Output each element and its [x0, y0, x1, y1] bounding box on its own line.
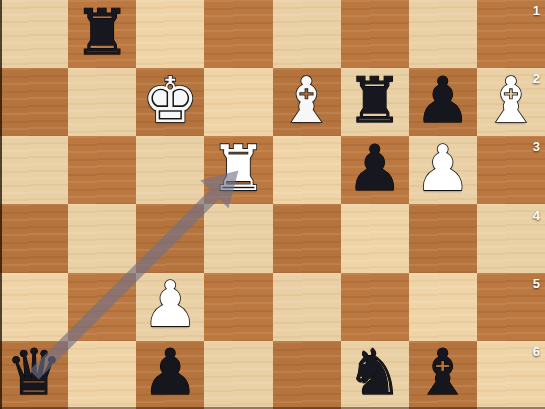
- square-g1[interactable]: ♜: [68, 0, 136, 68]
- rank-label-2: 2: [526, 71, 540, 86]
- square-f2[interactable]: ♚: [136, 68, 204, 136]
- square-d5[interactable]: [273, 273, 341, 341]
- square-e6[interactable]: [204, 341, 272, 409]
- board-left-edge: [0, 0, 2, 409]
- square-g2[interactable]: [68, 68, 136, 136]
- square-e3[interactable]: ♜: [204, 136, 272, 204]
- square-b2[interactable]: ♟: [409, 68, 477, 136]
- square-f1[interactable]: [136, 0, 204, 68]
- rank-label-6: 6: [526, 344, 540, 359]
- chess-board[interactable]: ♜♚♝♜♟♝♜♟♟♟♛♟♞♝: [0, 0, 545, 409]
- white-bishop-piece[interactable]: ♝: [278, 69, 334, 132]
- square-c6[interactable]: ♞: [341, 341, 409, 409]
- square-h4[interactable]: [0, 204, 68, 272]
- square-h5[interactable]: [0, 273, 68, 341]
- square-d2[interactable]: ♝: [273, 68, 341, 136]
- square-b5[interactable]: [409, 273, 477, 341]
- square-d4[interactable]: [273, 204, 341, 272]
- square-b4[interactable]: [409, 204, 477, 272]
- square-c3[interactable]: ♟: [341, 136, 409, 204]
- square-f5[interactable]: ♟: [136, 273, 204, 341]
- white-king-piece[interactable]: ♚: [142, 69, 198, 132]
- rank-label-4: 4: [526, 208, 540, 223]
- black-pawn-piece[interactable]: ♟: [415, 69, 471, 132]
- square-c4[interactable]: [341, 204, 409, 272]
- white-pawn-piece[interactable]: ♟: [415, 137, 471, 200]
- square-c1[interactable]: [341, 0, 409, 68]
- square-d6[interactable]: [273, 341, 341, 409]
- black-queen-piece[interactable]: ♛: [6, 341, 62, 404]
- rank-label-3: 3: [526, 139, 540, 154]
- square-h3[interactable]: [0, 136, 68, 204]
- rank-label-5: 5: [526, 276, 540, 291]
- square-b3[interactable]: ♟: [409, 136, 477, 204]
- square-f6[interactable]: ♟: [136, 341, 204, 409]
- square-e5[interactable]: [204, 273, 272, 341]
- chess-app-window: ♜♚♝♜♟♝♜♟♟♟♛♟♞♝ 123456: [0, 0, 545, 409]
- black-knight-piece[interactable]: ♞: [346, 341, 402, 404]
- square-e2[interactable]: [204, 68, 272, 136]
- square-g4[interactable]: [68, 204, 136, 272]
- rank-label-1: 1: [526, 3, 540, 18]
- black-pawn-piece[interactable]: ♟: [346, 137, 402, 200]
- square-c2[interactable]: ♜: [341, 68, 409, 136]
- square-b1[interactable]: [409, 0, 477, 68]
- square-e4[interactable]: [204, 204, 272, 272]
- square-d1[interactable]: [273, 0, 341, 68]
- square-g6[interactable]: [68, 341, 136, 409]
- white-pawn-piece[interactable]: ♟: [142, 273, 198, 336]
- square-h1[interactable]: [0, 0, 68, 68]
- square-g3[interactable]: [68, 136, 136, 204]
- square-b6[interactable]: ♝: [409, 341, 477, 409]
- black-pawn-piece[interactable]: ♟: [142, 341, 198, 404]
- black-rook-piece[interactable]: ♜: [346, 69, 402, 132]
- black-rook-piece[interactable]: ♜: [74, 1, 130, 64]
- square-h6[interactable]: ♛: [0, 341, 68, 409]
- square-e1[interactable]: [204, 0, 272, 68]
- square-c5[interactable]: [341, 273, 409, 341]
- square-g5[interactable]: [68, 273, 136, 341]
- square-f3[interactable]: [136, 136, 204, 204]
- square-f4[interactable]: [136, 204, 204, 272]
- black-bishop-piece[interactable]: ♝: [415, 341, 471, 404]
- square-h2[interactable]: [0, 68, 68, 136]
- square-d3[interactable]: [273, 136, 341, 204]
- white-rook-piece[interactable]: ♜: [210, 137, 266, 200]
